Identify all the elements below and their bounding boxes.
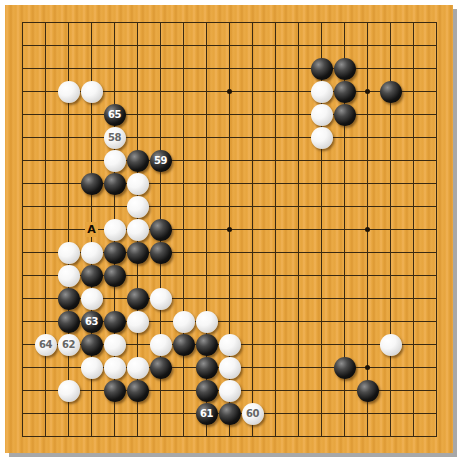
board-intersection[interactable] [57, 11, 80, 34]
board-intersection[interactable] [126, 425, 149, 448]
board-intersection[interactable] [57, 149, 80, 172]
board-intersection[interactable] [356, 379, 379, 402]
board-intersection[interactable] [402, 103, 425, 126]
board-intersection[interactable] [149, 103, 172, 126]
board-intersection[interactable] [126, 218, 149, 241]
board-intersection[interactable] [241, 57, 264, 80]
board-intersection[interactable] [402, 402, 425, 425]
board-intersection[interactable] [149, 402, 172, 425]
board-intersection[interactable] [402, 172, 425, 195]
board-intersection[interactable] [172, 333, 195, 356]
board-intersection[interactable] [34, 264, 57, 287]
board-intersection[interactable] [218, 34, 241, 57]
board-intersection[interactable] [149, 425, 172, 448]
board-intersection[interactable] [310, 103, 333, 126]
board-intersection[interactable] [310, 80, 333, 103]
board-intersection[interactable] [379, 333, 402, 356]
board-intersection[interactable] [195, 379, 218, 402]
board-intersection[interactable] [103, 402, 126, 425]
board-intersection[interactable] [356, 333, 379, 356]
board-intersection[interactable] [356, 34, 379, 57]
board-intersection[interactable] [287, 333, 310, 356]
board-intersection[interactable] [103, 34, 126, 57]
board-intersection[interactable] [425, 379, 448, 402]
board-intersection[interactable] [126, 195, 149, 218]
board-intersection[interactable] [11, 379, 34, 402]
board-intersection[interactable] [402, 218, 425, 241]
board-intersection[interactable] [425, 287, 448, 310]
board-intersection[interactable] [11, 126, 34, 149]
board-intersection[interactable] [287, 172, 310, 195]
board-intersection[interactable] [11, 356, 34, 379]
board-intersection[interactable] [333, 57, 356, 80]
board-intersection[interactable] [103, 356, 126, 379]
board-intersection[interactable] [126, 57, 149, 80]
board-intersection[interactable] [149, 11, 172, 34]
board-intersection[interactable] [126, 34, 149, 57]
board-intersection[interactable] [333, 218, 356, 241]
board-intersection[interactable] [402, 57, 425, 80]
board-intersection[interactable] [11, 11, 34, 34]
board-intersection[interactable] [149, 172, 172, 195]
board-intersection[interactable] [80, 103, 103, 126]
board-intersection[interactable] [80, 34, 103, 57]
board-intersection[interactable]: 58 [103, 126, 126, 149]
board-intersection[interactable] [356, 402, 379, 425]
board-intersection[interactable] [310, 310, 333, 333]
board-intersection[interactable] [264, 195, 287, 218]
board-intersection[interactable] [218, 218, 241, 241]
board-intersection[interactable] [11, 287, 34, 310]
board-intersection[interactable] [264, 425, 287, 448]
board-intersection[interactable] [57, 356, 80, 379]
board-intersection[interactable] [356, 241, 379, 264]
board-intersection[interactable] [11, 57, 34, 80]
board-intersection[interactable] [241, 356, 264, 379]
board-intersection[interactable] [379, 402, 402, 425]
board-intersection[interactable] [103, 241, 126, 264]
board-intersection[interactable] [195, 333, 218, 356]
board-intersection[interactable] [241, 264, 264, 287]
board-intersection[interactable] [310, 356, 333, 379]
board-intersection[interactable] [195, 172, 218, 195]
board-intersection[interactable] [218, 356, 241, 379]
board-intersection[interactable] [425, 195, 448, 218]
board-intersection[interactable] [34, 310, 57, 333]
board-intersection[interactable] [218, 80, 241, 103]
board-intersection[interactable] [241, 241, 264, 264]
board-intersection[interactable] [241, 218, 264, 241]
board-intersection[interactable] [425, 425, 448, 448]
board-intersection[interactable] [34, 126, 57, 149]
board-intersection[interactable] [333, 103, 356, 126]
board-intersection[interactable] [379, 356, 402, 379]
board-intersection[interactable] [218, 103, 241, 126]
board-intersection[interactable] [126, 80, 149, 103]
board-intersection[interactable] [264, 241, 287, 264]
board-intersection[interactable] [57, 80, 80, 103]
board-intersection[interactable] [264, 218, 287, 241]
board-intersection[interactable] [264, 402, 287, 425]
board-intersection[interactable] [57, 402, 80, 425]
board-intersection[interactable] [287, 149, 310, 172]
board-intersection[interactable] [34, 218, 57, 241]
board-intersection[interactable] [287, 34, 310, 57]
board-intersection[interactable] [310, 172, 333, 195]
board-intersection[interactable] [333, 402, 356, 425]
board-intersection[interactable] [310, 218, 333, 241]
board-intersection[interactable] [402, 149, 425, 172]
board-intersection[interactable] [264, 149, 287, 172]
board-intersection[interactable] [11, 241, 34, 264]
board-intersection[interactable] [379, 379, 402, 402]
board-intersection[interactable] [80, 287, 103, 310]
board-intersection[interactable] [126, 103, 149, 126]
board-intersection[interactable] [333, 264, 356, 287]
board-intersection[interactable] [80, 425, 103, 448]
board-intersection[interactable] [57, 425, 80, 448]
board-intersection[interactable] [11, 34, 34, 57]
board-intersection[interactable] [218, 333, 241, 356]
board-intersection[interactable] [57, 126, 80, 149]
board-intersection[interactable] [333, 241, 356, 264]
board-intersection[interactable] [11, 402, 34, 425]
board-intersection[interactable] [333, 356, 356, 379]
board-intersection[interactable] [172, 356, 195, 379]
board-intersection[interactable] [103, 172, 126, 195]
board-intersection[interactable] [34, 34, 57, 57]
board-intersection[interactable] [172, 264, 195, 287]
board-intersection[interactable] [218, 310, 241, 333]
board-intersection[interactable] [310, 149, 333, 172]
board-intersection[interactable] [195, 149, 218, 172]
board-intersection[interactable] [287, 287, 310, 310]
board-intersection[interactable] [287, 195, 310, 218]
board-intersection[interactable] [11, 333, 34, 356]
board-intersection[interactable] [402, 195, 425, 218]
board-intersection[interactable] [402, 287, 425, 310]
board-intersection[interactable] [402, 310, 425, 333]
board-intersection[interactable] [172, 379, 195, 402]
board-intersection[interactable] [379, 195, 402, 218]
board-intersection[interactable]: 59 [149, 149, 172, 172]
board-intersection[interactable] [195, 80, 218, 103]
board-intersection[interactable] [425, 402, 448, 425]
board-intersection[interactable] [57, 379, 80, 402]
board-intersection[interactable] [34, 80, 57, 103]
board-intersection[interactable] [11, 172, 34, 195]
board-intersection[interactable] [149, 80, 172, 103]
board-intersection[interactable] [34, 149, 57, 172]
board-intersection[interactable] [218, 149, 241, 172]
board-intersection[interactable] [402, 80, 425, 103]
board-intersection[interactable] [195, 287, 218, 310]
board-intersection[interactable] [402, 11, 425, 34]
board-intersection[interactable] [34, 425, 57, 448]
board-intersection[interactable] [264, 103, 287, 126]
board-intersection[interactable] [356, 287, 379, 310]
board-intersection[interactable] [172, 218, 195, 241]
board-intersection[interactable] [11, 425, 34, 448]
board-intersection[interactable] [34, 241, 57, 264]
board-intersection[interactable] [333, 126, 356, 149]
board-intersection[interactable] [379, 310, 402, 333]
board-intersection[interactable] [172, 149, 195, 172]
board-intersection[interactable] [172, 80, 195, 103]
board-intersection[interactable] [195, 264, 218, 287]
board-intersection[interactable] [195, 356, 218, 379]
board-intersection[interactable] [218, 241, 241, 264]
board-intersection[interactable] [103, 264, 126, 287]
board-intersection[interactable] [11, 149, 34, 172]
board-intersection[interactable] [425, 126, 448, 149]
board-intersection[interactable] [126, 333, 149, 356]
board-intersection[interactable] [241, 11, 264, 34]
board-intersection[interactable] [126, 379, 149, 402]
board-intersection[interactable] [356, 264, 379, 287]
board-intersection[interactable] [402, 241, 425, 264]
board-intersection[interactable] [57, 103, 80, 126]
board-intersection[interactable]: 62 [57, 333, 80, 356]
board-intersection[interactable] [34, 379, 57, 402]
board-intersection[interactable] [264, 34, 287, 57]
board-intersection[interactable] [241, 310, 264, 333]
board-intersection[interactable] [333, 333, 356, 356]
board-intersection[interactable] [356, 195, 379, 218]
board-intersection[interactable]: 65 [103, 103, 126, 126]
board-intersection[interactable] [172, 402, 195, 425]
board-intersection[interactable] [195, 103, 218, 126]
board-intersection[interactable] [126, 310, 149, 333]
board-intersection[interactable] [241, 287, 264, 310]
board-intersection[interactable] [425, 103, 448, 126]
board-intersection[interactable] [218, 172, 241, 195]
board-intersection[interactable] [80, 195, 103, 218]
board-intersection[interactable] [356, 126, 379, 149]
board-intersection[interactable] [241, 195, 264, 218]
board-intersection[interactable] [356, 356, 379, 379]
board-intersection[interactable] [402, 333, 425, 356]
board-intersection[interactable] [126, 264, 149, 287]
board-intersection[interactable] [103, 287, 126, 310]
board-intersection[interactable] [172, 195, 195, 218]
board-intersection[interactable] [241, 80, 264, 103]
board-intersection[interactable] [241, 425, 264, 448]
board-intersection[interactable] [126, 287, 149, 310]
board-intersection[interactable] [103, 218, 126, 241]
board-intersection[interactable] [310, 264, 333, 287]
board-intersection[interactable] [287, 218, 310, 241]
board-intersection[interactable] [402, 126, 425, 149]
board-intersection[interactable] [34, 57, 57, 80]
board-intersection[interactable] [80, 241, 103, 264]
board-intersection[interactable] [80, 80, 103, 103]
board-intersection[interactable] [195, 195, 218, 218]
board-intersection[interactable] [126, 11, 149, 34]
board-intersection[interactable] [333, 379, 356, 402]
board-intersection[interactable] [57, 57, 80, 80]
board-intersection[interactable] [356, 57, 379, 80]
board-intersection[interactable] [379, 80, 402, 103]
board-intersection[interactable] [264, 356, 287, 379]
board-intersection[interactable] [80, 126, 103, 149]
board-intersection[interactable] [126, 402, 149, 425]
board-intersection[interactable] [149, 356, 172, 379]
board-intersection[interactable] [172, 425, 195, 448]
board-intersection[interactable] [425, 11, 448, 34]
board-intersection[interactable] [218, 11, 241, 34]
board-intersection[interactable] [149, 264, 172, 287]
board-intersection[interactable] [264, 80, 287, 103]
board-intersection[interactable] [57, 172, 80, 195]
board-intersection[interactable] [356, 149, 379, 172]
board-intersection[interactable] [379, 34, 402, 57]
board-intersection[interactable] [379, 57, 402, 80]
board-intersection[interactable] [126, 149, 149, 172]
board-intersection[interactable] [34, 356, 57, 379]
board-intersection[interactable] [287, 11, 310, 34]
board-intersection[interactable] [287, 310, 310, 333]
board-intersection[interactable] [356, 172, 379, 195]
board-intersection[interactable] [287, 356, 310, 379]
board-intersection[interactable] [310, 126, 333, 149]
board-intersection[interactable] [11, 103, 34, 126]
board-intersection[interactable] [218, 195, 241, 218]
board-intersection[interactable] [172, 172, 195, 195]
board-intersection[interactable] [425, 172, 448, 195]
board-intersection[interactable] [195, 11, 218, 34]
board-intersection[interactable] [126, 126, 149, 149]
board-intersection[interactable] [287, 57, 310, 80]
board-intersection[interactable] [310, 287, 333, 310]
board-intersection[interactable] [57, 34, 80, 57]
board-intersection[interactable] [80, 172, 103, 195]
board-intersection[interactable] [241, 126, 264, 149]
board-intersection[interactable] [402, 264, 425, 287]
board-intersection[interactable] [172, 126, 195, 149]
board-intersection[interactable] [11, 310, 34, 333]
board-intersection[interactable]: A [80, 218, 103, 241]
board-intersection[interactable] [80, 57, 103, 80]
board-intersection[interactable]: 64 [34, 333, 57, 356]
board-intersection[interactable] [264, 126, 287, 149]
board-intersection[interactable] [425, 149, 448, 172]
board-intersection[interactable] [11, 218, 34, 241]
board-intersection[interactable] [379, 264, 402, 287]
board-intersection[interactable] [356, 425, 379, 448]
board-intersection[interactable] [103, 80, 126, 103]
board-intersection[interactable] [126, 172, 149, 195]
board-intersection[interactable] [149, 287, 172, 310]
board-intersection[interactable] [425, 333, 448, 356]
board-intersection[interactable] [34, 11, 57, 34]
board-intersection[interactable] [80, 264, 103, 287]
board-intersection[interactable] [425, 57, 448, 80]
board-intersection[interactable] [149, 195, 172, 218]
board-intersection[interactable]: 61 [195, 402, 218, 425]
board-intersection[interactable] [310, 333, 333, 356]
board-intersection[interactable] [172, 11, 195, 34]
board-intersection[interactable] [149, 218, 172, 241]
board-intersection[interactable] [333, 80, 356, 103]
board-intersection[interactable] [402, 379, 425, 402]
board-intersection[interactable] [379, 172, 402, 195]
board-intersection[interactable] [149, 57, 172, 80]
board-intersection[interactable] [425, 310, 448, 333]
board-intersection[interactable] [356, 11, 379, 34]
board-intersection[interactable] [172, 241, 195, 264]
board-intersection[interactable] [287, 126, 310, 149]
board-intersection[interactable] [402, 425, 425, 448]
board-intersection[interactable] [195, 310, 218, 333]
board-intersection[interactable] [287, 402, 310, 425]
board-intersection[interactable] [126, 356, 149, 379]
board-intersection[interactable] [172, 34, 195, 57]
board-intersection[interactable] [57, 241, 80, 264]
board-intersection[interactable] [80, 11, 103, 34]
board-intersection[interactable] [333, 287, 356, 310]
board-intersection[interactable] [333, 195, 356, 218]
board-intersection[interactable] [34, 402, 57, 425]
board-intersection[interactable] [287, 103, 310, 126]
board-intersection[interactable] [425, 218, 448, 241]
board-intersection[interactable] [241, 34, 264, 57]
board-intersection[interactable] [149, 241, 172, 264]
board-intersection[interactable] [172, 310, 195, 333]
board-intersection[interactable] [402, 34, 425, 57]
board-intersection[interactable] [333, 149, 356, 172]
board-intersection[interactable] [356, 218, 379, 241]
board-intersection[interactable] [218, 126, 241, 149]
board-intersection[interactable] [103, 333, 126, 356]
board-intersection[interactable] [379, 218, 402, 241]
board-intersection[interactable] [333, 310, 356, 333]
board-intersection[interactable] [57, 287, 80, 310]
board-intersection[interactable] [333, 172, 356, 195]
board-intersection[interactable] [80, 356, 103, 379]
board-intersection[interactable] [264, 379, 287, 402]
board-intersection[interactable] [333, 34, 356, 57]
board-intersection[interactable] [264, 264, 287, 287]
board-intersection[interactable] [241, 149, 264, 172]
board-intersection[interactable] [57, 264, 80, 287]
board-intersection[interactable] [218, 264, 241, 287]
board-intersection[interactable] [80, 402, 103, 425]
board-intersection[interactable] [264, 57, 287, 80]
board-intersection[interactable] [241, 379, 264, 402]
board-intersection[interactable] [218, 379, 241, 402]
board-intersection[interactable] [379, 287, 402, 310]
board-intersection[interactable]: 60 [241, 402, 264, 425]
board-intersection[interactable] [149, 310, 172, 333]
board-intersection[interactable] [287, 379, 310, 402]
board-intersection[interactable] [264, 310, 287, 333]
board-intersection[interactable] [57, 195, 80, 218]
board-intersection[interactable] [287, 264, 310, 287]
board-intersection[interactable] [310, 34, 333, 57]
board-intersection[interactable] [11, 264, 34, 287]
board-intersection[interactable] [310, 57, 333, 80]
board-intersection[interactable] [310, 402, 333, 425]
board-intersection[interactable] [103, 57, 126, 80]
board-intersection[interactable] [425, 264, 448, 287]
board-intersection[interactable] [57, 218, 80, 241]
board-intersection[interactable] [34, 103, 57, 126]
board-intersection[interactable] [310, 379, 333, 402]
board-intersection[interactable] [11, 195, 34, 218]
board-intersection[interactable] [241, 333, 264, 356]
board-intersection[interactable] [34, 287, 57, 310]
